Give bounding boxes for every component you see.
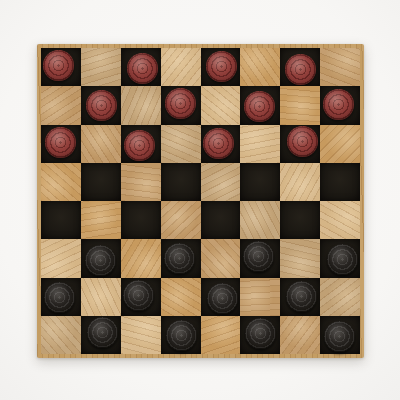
square-r2c0-dark[interactable] xyxy=(41,125,81,163)
square-r5c3-dark[interactable] xyxy=(161,239,201,277)
square-r6c3-light[interactable] xyxy=(161,278,201,316)
square-r4c4-dark[interactable] xyxy=(201,201,241,239)
square-r7c6-light[interactable] xyxy=(280,316,320,354)
square-r2c1-light[interactable] xyxy=(81,125,121,163)
square-r6c6-dark[interactable] xyxy=(280,278,320,316)
square-r3c0-light[interactable] xyxy=(41,163,81,201)
square-r1c4-light[interactable] xyxy=(201,86,241,124)
square-r7c1-dark[interactable] xyxy=(81,316,121,354)
square-r7c0-light[interactable] xyxy=(41,316,81,354)
red-checker[interactable] xyxy=(206,51,237,82)
square-r3c5-dark[interactable] xyxy=(240,163,280,201)
square-r6c2-dark[interactable] xyxy=(121,278,161,316)
black-checker[interactable] xyxy=(166,320,197,351)
black-checker[interactable] xyxy=(85,245,116,276)
square-r2c3-light[interactable] xyxy=(161,125,201,163)
square-r4c7-light[interactable] xyxy=(320,201,360,239)
red-checker[interactable] xyxy=(124,130,155,161)
black-checker[interactable] xyxy=(123,280,154,311)
red-checker[interactable] xyxy=(287,126,318,157)
square-r6c0-dark[interactable] xyxy=(41,278,81,316)
red-checker[interactable] xyxy=(45,127,76,158)
black-checker[interactable] xyxy=(327,244,358,275)
square-r0c7-light[interactable] xyxy=(320,48,360,86)
square-r1c2-light[interactable] xyxy=(121,86,161,124)
square-r6c5-light[interactable] xyxy=(240,278,280,316)
square-r1c5-dark[interactable] xyxy=(240,86,280,124)
square-r4c2-dark[interactable] xyxy=(121,201,161,239)
square-r1c1-dark[interactable] xyxy=(81,86,121,124)
square-r3c7-dark[interactable] xyxy=(320,163,360,201)
square-r6c4-dark[interactable] xyxy=(201,278,241,316)
square-r4c0-dark[interactable] xyxy=(41,201,81,239)
square-r5c5-dark[interactable] xyxy=(240,239,280,277)
square-r2c2-dark[interactable] xyxy=(121,125,161,163)
square-r2c5-light[interactable] xyxy=(240,125,280,163)
square-r7c7-dark[interactable] xyxy=(320,316,360,354)
red-checker[interactable] xyxy=(203,128,234,159)
square-r4c5-light[interactable] xyxy=(240,201,280,239)
square-r0c0-dark[interactable] xyxy=(41,48,81,86)
square-r5c7-dark[interactable] xyxy=(320,239,360,277)
square-r1c0-light[interactable] xyxy=(41,86,81,124)
red-checker[interactable] xyxy=(127,53,158,84)
red-checker[interactable] xyxy=(244,91,275,122)
square-r0c5-light[interactable] xyxy=(240,48,280,86)
black-checker[interactable] xyxy=(87,317,118,348)
black-checker[interactable] xyxy=(286,281,317,312)
board-grid xyxy=(41,48,360,354)
square-r1c7-dark[interactable] xyxy=(320,86,360,124)
checkers-board xyxy=(37,44,364,358)
square-r3c4-light[interactable] xyxy=(201,163,241,201)
black-checker[interactable] xyxy=(207,283,238,314)
square-r0c4-dark[interactable] xyxy=(201,48,241,86)
black-checker[interactable] xyxy=(164,243,195,274)
square-r0c2-dark[interactable] xyxy=(121,48,161,86)
square-r0c6-dark[interactable] xyxy=(280,48,320,86)
square-r1c6-light[interactable] xyxy=(280,86,320,124)
black-checker[interactable] xyxy=(44,282,75,313)
square-r0c1-light[interactable] xyxy=(81,48,121,86)
square-r5c1-dark[interactable] xyxy=(81,239,121,277)
square-r6c1-light[interactable] xyxy=(81,278,121,316)
square-r2c4-dark[interactable] xyxy=(201,125,241,163)
square-r1c3-dark[interactable] xyxy=(161,86,201,124)
square-r5c6-light[interactable] xyxy=(280,239,320,277)
black-checker[interactable] xyxy=(243,241,274,272)
square-r3c2-light[interactable] xyxy=(121,163,161,201)
red-checker[interactable] xyxy=(323,89,354,120)
photo-background xyxy=(0,0,400,400)
square-r2c7-light[interactable] xyxy=(320,125,360,163)
square-r7c2-light[interactable] xyxy=(121,316,161,354)
square-r5c0-light[interactable] xyxy=(41,239,81,277)
square-r6c7-light[interactable] xyxy=(320,278,360,316)
square-r7c4-light[interactable] xyxy=(201,316,241,354)
square-r3c1-dark[interactable] xyxy=(81,163,121,201)
square-r3c6-light[interactable] xyxy=(280,163,320,201)
square-r7c5-dark[interactable] xyxy=(240,316,280,354)
square-r5c2-light[interactable] xyxy=(121,239,161,277)
square-r4c6-dark[interactable] xyxy=(280,201,320,239)
black-checker[interactable] xyxy=(324,321,355,352)
red-checker[interactable] xyxy=(165,88,196,119)
red-checker[interactable] xyxy=(43,50,74,81)
square-r4c3-light[interactable] xyxy=(161,201,201,239)
square-r3c3-dark[interactable] xyxy=(161,163,201,201)
square-r4c1-light[interactable] xyxy=(81,201,121,239)
square-r2c6-dark[interactable] xyxy=(280,125,320,163)
square-r7c3-dark[interactable] xyxy=(161,316,201,354)
square-r0c3-light[interactable] xyxy=(161,48,201,86)
red-checker[interactable] xyxy=(86,90,117,121)
red-checker[interactable] xyxy=(285,54,316,85)
black-checker[interactable] xyxy=(245,318,276,349)
square-r5c4-light[interactable] xyxy=(201,239,241,277)
